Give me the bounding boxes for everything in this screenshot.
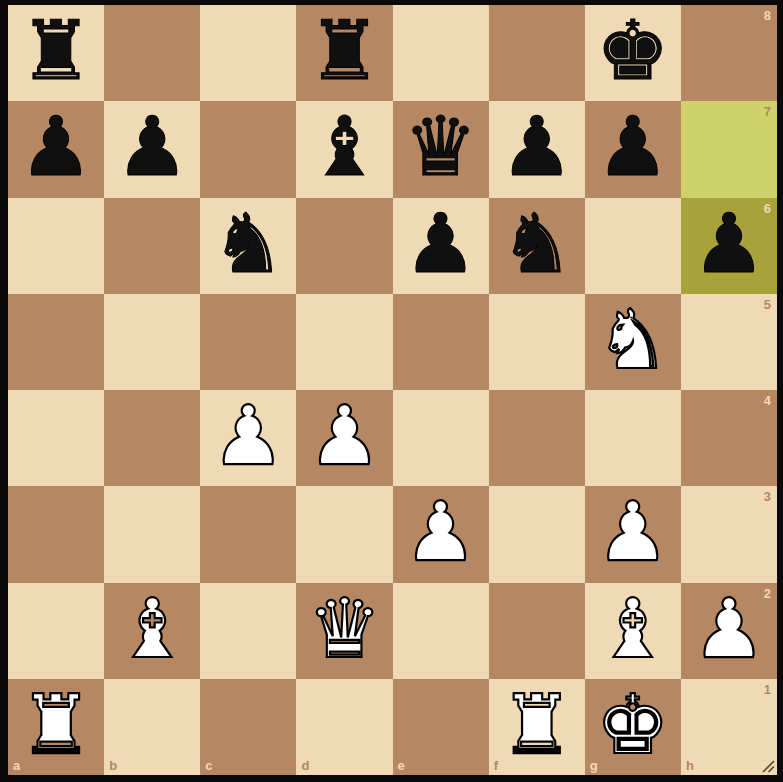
black-pawn[interactable]: ♟ bbox=[500, 106, 574, 188]
square-d8[interactable]: ♜ bbox=[296, 5, 392, 101]
white-pawn[interactable]: ♟ bbox=[308, 395, 382, 477]
rank-label-5: 5 bbox=[764, 298, 771, 311]
square-f4[interactable] bbox=[489, 390, 585, 486]
white-pawn[interactable]: ♟ bbox=[404, 491, 478, 573]
square-g6[interactable] bbox=[585, 198, 681, 294]
square-a5[interactable] bbox=[8, 294, 104, 390]
square-h8[interactable]: 8 bbox=[681, 5, 777, 101]
white-bishop[interactable]: ♝ bbox=[115, 588, 189, 670]
square-e8[interactable] bbox=[393, 5, 489, 101]
square-g8[interactable]: ♚ bbox=[585, 5, 681, 101]
black-pawn[interactable]: ♟ bbox=[404, 203, 478, 285]
black-knight[interactable]: ♞ bbox=[500, 203, 574, 285]
square-a7[interactable]: ♟ bbox=[8, 101, 104, 197]
square-g4[interactable] bbox=[585, 390, 681, 486]
square-c1[interactable]: c bbox=[200, 679, 296, 775]
square-d3[interactable] bbox=[296, 486, 392, 582]
square-g1[interactable]: ♚g bbox=[585, 679, 681, 775]
square-b2[interactable]: ♝ bbox=[104, 583, 200, 679]
square-h1[interactable]: 1h bbox=[681, 679, 777, 775]
square-f8[interactable] bbox=[489, 5, 585, 101]
black-knight[interactable]: ♞ bbox=[212, 203, 286, 285]
white-pawn[interactable]: ♟ bbox=[212, 395, 286, 477]
square-f7[interactable]: ♟ bbox=[489, 101, 585, 197]
square-f6[interactable]: ♞ bbox=[489, 198, 585, 294]
square-d4[interactable]: ♟ bbox=[296, 390, 392, 486]
square-f3[interactable] bbox=[489, 486, 585, 582]
black-pawn[interactable]: ♟ bbox=[596, 106, 670, 188]
square-h7[interactable]: 7 bbox=[681, 101, 777, 197]
square-h2[interactable]: ♟2 bbox=[681, 583, 777, 679]
square-d1[interactable]: d bbox=[296, 679, 392, 775]
square-h4[interactable]: 4 bbox=[681, 390, 777, 486]
square-g7[interactable]: ♟ bbox=[585, 101, 681, 197]
square-c6[interactable]: ♞ bbox=[200, 198, 296, 294]
square-d6[interactable] bbox=[296, 198, 392, 294]
square-b4[interactable] bbox=[104, 390, 200, 486]
square-d7[interactable]: ♝ bbox=[296, 101, 392, 197]
square-a8[interactable]: ♜ bbox=[8, 5, 104, 101]
square-c7[interactable] bbox=[200, 101, 296, 197]
square-c4[interactable]: ♟ bbox=[200, 390, 296, 486]
square-b3[interactable] bbox=[104, 486, 200, 582]
chess-board: ♜♜♚8♟♟♝♛♟♟7♞♟♞♟6♞5♟♟4♟♟3♝♛♝♟2♜abcde♜f♚g1… bbox=[8, 5, 777, 775]
white-pawn[interactable]: ♟ bbox=[692, 588, 766, 670]
file-label-h: h bbox=[686, 759, 694, 772]
rank-label-4: 4 bbox=[764, 394, 771, 407]
square-h5[interactable]: 5 bbox=[681, 294, 777, 390]
square-e7[interactable]: ♛ bbox=[393, 101, 489, 197]
square-g3[interactable]: ♟ bbox=[585, 486, 681, 582]
square-d2[interactable]: ♛ bbox=[296, 583, 392, 679]
square-e5[interactable] bbox=[393, 294, 489, 390]
square-h6[interactable]: ♟6 bbox=[681, 198, 777, 294]
square-c8[interactable] bbox=[200, 5, 296, 101]
square-b5[interactable] bbox=[104, 294, 200, 390]
white-rook[interactable]: ♜ bbox=[500, 684, 574, 766]
square-c3[interactable] bbox=[200, 486, 296, 582]
square-b6[interactable] bbox=[104, 198, 200, 294]
black-king[interactable]: ♚ bbox=[596, 10, 670, 92]
square-e4[interactable] bbox=[393, 390, 489, 486]
rank-label-8: 8 bbox=[764, 9, 771, 22]
file-label-b: b bbox=[109, 759, 117, 772]
square-c5[interactable] bbox=[200, 294, 296, 390]
square-e2[interactable] bbox=[393, 583, 489, 679]
rank-label-3: 3 bbox=[764, 490, 771, 503]
square-f5[interactable] bbox=[489, 294, 585, 390]
square-g2[interactable]: ♝ bbox=[585, 583, 681, 679]
square-h3[interactable]: 3 bbox=[681, 486, 777, 582]
file-label-d: d bbox=[301, 759, 309, 772]
square-f2[interactable] bbox=[489, 583, 585, 679]
square-f1[interactable]: ♜f bbox=[489, 679, 585, 775]
square-a4[interactable] bbox=[8, 390, 104, 486]
black-pawn[interactable]: ♟ bbox=[115, 106, 189, 188]
square-d5[interactable] bbox=[296, 294, 392, 390]
black-queen[interactable]: ♛ bbox=[404, 106, 478, 188]
white-bishop[interactable]: ♝ bbox=[596, 588, 670, 670]
file-label-f: f bbox=[494, 759, 498, 772]
white-king[interactable]: ♚ bbox=[596, 684, 670, 766]
square-b1[interactable]: b bbox=[104, 679, 200, 775]
black-pawn[interactable]: ♟ bbox=[19, 106, 93, 188]
square-a3[interactable] bbox=[8, 486, 104, 582]
square-a2[interactable] bbox=[8, 583, 104, 679]
rank-label-1: 1 bbox=[764, 683, 771, 696]
white-pawn[interactable]: ♟ bbox=[596, 491, 670, 573]
black-rook[interactable]: ♜ bbox=[19, 10, 93, 92]
square-e1[interactable]: e bbox=[393, 679, 489, 775]
white-queen[interactable]: ♛ bbox=[308, 588, 382, 670]
black-bishop[interactable]: ♝ bbox=[308, 106, 382, 188]
square-b8[interactable] bbox=[104, 5, 200, 101]
square-g5[interactable]: ♞ bbox=[585, 294, 681, 390]
square-c2[interactable] bbox=[200, 583, 296, 679]
black-pawn[interactable]: ♟ bbox=[692, 203, 766, 285]
square-e6[interactable]: ♟ bbox=[393, 198, 489, 294]
square-a1[interactable]: ♜a bbox=[8, 679, 104, 775]
square-b7[interactable]: ♟ bbox=[104, 101, 200, 197]
file-label-c: c bbox=[205, 759, 212, 772]
white-knight[interactable]: ♞ bbox=[596, 299, 670, 381]
square-e3[interactable]: ♟ bbox=[393, 486, 489, 582]
chess-board-frame: ♜♜♚8♟♟♝♛♟♟7♞♟♞♟6♞5♟♟4♟♟3♝♛♝♟2♜abcde♜f♚g1… bbox=[0, 0, 783, 782]
white-rook[interactable]: ♜ bbox=[19, 684, 93, 766]
board-resize-handle-icon[interactable] bbox=[761, 759, 775, 773]
black-rook[interactable]: ♜ bbox=[308, 10, 382, 92]
square-a6[interactable] bbox=[8, 198, 104, 294]
rank-label-7: 7 bbox=[764, 105, 771, 118]
file-label-e: e bbox=[398, 759, 405, 772]
